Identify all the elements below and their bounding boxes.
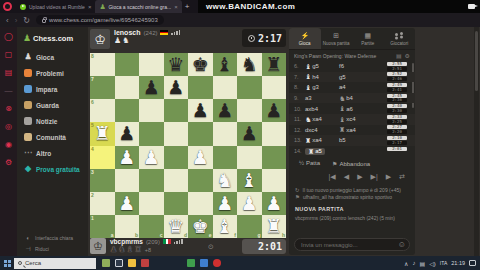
move-number: 10. — [294, 106, 305, 112]
square-h4[interactable] — [262, 146, 287, 169]
black-pawn[interactable]: ♟ — [164, 76, 189, 99]
new-tab-button[interactable]: + — [185, 2, 190, 11]
sidebar-item-label: Altro — [36, 150, 51, 157]
black-time: 2:17 — [387, 141, 407, 145]
figurine-icon: ♞ — [339, 95, 345, 102]
jump-end-icon[interactable]: ▶| — [371, 173, 378, 181]
square-h2[interactable]: ♟ — [262, 192, 287, 215]
white-move[interactable]: ♜a5 — [305, 148, 325, 155]
system-tray: ∧ ♪ ▤ ◁) ITA 21:19 — [404, 260, 480, 267]
rumble-play-icon — [20, 4, 26, 10]
bolt-icon: ⚡ — [300, 32, 309, 40]
tray-volume-icon[interactable]: ◁) — [429, 260, 436, 267]
messenger-icon[interactable]: ◉ — [4, 140, 14, 149]
square-c6[interactable] — [139, 99, 164, 122]
book-icon[interactable]: ▤ — [396, 52, 402, 59]
black-queen[interactable]: ♛ — [164, 53, 189, 76]
rank-label: 2 — [91, 192, 94, 198]
material-advantage: +8 — [145, 247, 151, 253]
white-move[interactable]: ♝h4 — [305, 73, 339, 80]
panel-tab-label: Partite — [361, 41, 374, 46]
panel-tab-label: Nuova partita — [323, 41, 350, 46]
square-f1[interactable]: f♝ — [213, 215, 238, 238]
taskbar-search[interactable]: Cerca — [14, 258, 96, 269]
square-h1[interactable]: h♜ — [262, 215, 287, 238]
captured-piece-icon: ♟ — [114, 37, 121, 45]
chesscom-sidebar: ♟ Chess.com ♟GiocaProblemiImparaGuardaNo… — [17, 27, 88, 256]
opera-logo-icon[interactable]: ◯ — [4, 32, 14, 41]
game-actions: ½Patta ⚑Abbandona — [289, 156, 415, 170]
figurine-icon: ♝ — [305, 73, 311, 80]
sidebar-footer-label: Interfaccia chiara — [35, 235, 73, 241]
browser-tab-chess[interactable]: ♟ Gioca a scacchi online gra... × — [95, 0, 181, 13]
white-pawn[interactable]: ♟ — [115, 192, 140, 215]
square-f7[interactable] — [213, 76, 238, 99]
black-pawn[interactable]: ♟ — [213, 99, 238, 122]
rank-label: 8 — [91, 53, 94, 59]
move-row: 9.a3♞b42:452:36 — [289, 93, 415, 104]
square-a5[interactable]: 5♜ — [90, 122, 115, 145]
prev-move-icon[interactable]: ◀ — [344, 173, 349, 181]
square-d4[interactable] — [164, 146, 189, 169]
figurine-icon: ♜ — [308, 148, 314, 155]
black-rook[interactable]: ♜ — [262, 53, 287, 76]
captured-piece-icon: ♞ — [122, 37, 129, 45]
black-move[interactable]: f6 — [339, 63, 373, 69]
captured-piece-icon: ♝ — [126, 246, 133, 254]
square-b1[interactable]: b — [115, 215, 140, 238]
captured-piece-icon: ♜ — [135, 246, 142, 254]
square-e3[interactable] — [188, 169, 213, 192]
bottom-player-bar: ♔ vbcpmrms (209) ♟♞♝♜+8 ⊙ 2:01 — [90, 238, 286, 255]
sidebar-item-altro[interactable]: ⋯Altro — [17, 145, 88, 161]
opening-row: King's Pawn Opening: Ware Defense ▤ ⚙ — [289, 50, 415, 61]
half-point-icon: ½ — [299, 160, 304, 166]
new-game-icon: ⊞ — [333, 32, 339, 40]
move-timestamps: 2:01 — [387, 147, 407, 151]
tab-title: Upload videos at Rumble — [29, 4, 85, 10]
white-knight[interactable]: ♞ — [213, 169, 238, 192]
taskbar-app-red-icon[interactable] — [141, 259, 149, 267]
square-g1[interactable]: g — [237, 215, 262, 238]
square-b7[interactable] — [115, 76, 140, 99]
white-pawn[interactable]: ♟ — [139, 146, 164, 169]
white-bishop[interactable]: ♝ — [213, 215, 238, 238]
white-bishop[interactable]: ♝ — [237, 169, 262, 192]
move-navigation: |◀◀▶▶|▶⇄ — [289, 170, 415, 183]
draw-button[interactable]: ½Patta — [299, 160, 320, 166]
black-knight[interactable]: ♞ — [237, 53, 262, 76]
square-f4[interactable] — [213, 146, 238, 169]
start-button[interactable] — [0, 256, 14, 270]
move-timestamps: 2:452:36 — [387, 94, 407, 103]
search-placeholder: Cerca — [25, 260, 41, 266]
square-c3[interactable] — [139, 169, 164, 192]
black-move[interactable]: ♞b4 — [339, 95, 373, 102]
sidebar-item-label: Guarda — [36, 102, 59, 109]
square-a7[interactable]: 7 — [90, 76, 115, 99]
chat-message-text: ufhallm_all ha dimostrato spirito sporti… — [303, 194, 392, 201]
move-row: 11.♞xa4♝xc42:332:25 — [289, 114, 415, 125]
square-f3[interactable]: ♞ — [213, 169, 238, 192]
rank-label: 5 — [91, 122, 94, 128]
move-row: 6.♝g5f62:552:51 — [289, 61, 415, 72]
pawn-icon: ♟ — [24, 53, 32, 61]
square-b3[interactable] — [115, 169, 140, 192]
black-move[interactable]: a4 — [339, 84, 373, 90]
binoculars-icon — [24, 101, 32, 109]
move-number: 12. — [294, 127, 305, 133]
emoji-icon[interactable]: ☺ — [398, 241, 406, 249]
white-pawn[interactable]: ♟ — [115, 146, 140, 169]
figurine-icon: ♝ — [305, 63, 311, 70]
square-e1[interactable]: e♚ — [188, 215, 213, 238]
panel-tab-gioca[interactable]: ⚡Gioca — [289, 28, 321, 49]
chesscom-pawn-icon: ♟ — [99, 4, 105, 10]
game-panel: ⚡Gioca⊞Nuova partita▦PartiteGiocatori Ki… — [289, 28, 415, 255]
black-pawn[interactable]: ♟ — [237, 122, 262, 145]
move-number: 6. — [294, 63, 305, 69]
move-list: 6.♝g5f62:552:517.♝h4g52:522:468.♝g3a42:4… — [289, 61, 415, 156]
windows-logo-icon — [4, 260, 11, 267]
top-player-bar: ♔ lenosch (242) ♟♞ 2:17 — [90, 29, 286, 53]
square-f8[interactable]: ♝ — [213, 53, 238, 76]
top-clock-time: 2:17 — [258, 33, 282, 44]
white-pawn[interactable]: ♟ — [213, 192, 238, 215]
panel-tab-giocatori[interactable]: Giocatori — [384, 28, 416, 49]
forward-button[interactable]: › — [15, 16, 18, 25]
sidebar-footer-riduci[interactable]: ⊣Riduci — [17, 243, 88, 254]
black-time: 2:30 — [387, 109, 407, 113]
spectators-icon[interactable]: ⊙ — [208, 243, 214, 251]
black-time: 2:46 — [387, 77, 407, 81]
taskbar-task-view-icon[interactable] — [115, 259, 123, 267]
move-number: 8. — [294, 84, 305, 90]
logo-pawn-icon: ♟ — [23, 33, 31, 43]
bottom-player-avatar[interactable]: ♔ — [90, 238, 106, 254]
taskbar-app-blue-icon[interactable] — [200, 259, 208, 267]
bandicam-camera-icon — [468, 4, 475, 9]
square-c8[interactable] — [139, 53, 164, 76]
white-move[interactable]: dxc4 — [305, 127, 339, 133]
sidebar-item-label: Prova gratuita — [36, 166, 80, 173]
message-row: ☺ — [289, 235, 415, 255]
top-player-clock: 2:17 — [242, 29, 286, 47]
windows-taskbar: Cerca ∧ ♪ ▤ ◁) ITA 21:19 — [0, 256, 480, 270]
square-e6[interactable]: ♟ — [188, 99, 213, 122]
tray-language[interactable]: ITA — [440, 260, 447, 266]
captured-piece-icon: ♟ — [110, 246, 117, 254]
bottom-clock-time: 2:01 — [258, 241, 282, 252]
bottom-player-clock: 2:01 — [242, 239, 286, 254]
sidebar-item-notizie[interactable]: Notizie — [17, 113, 88, 129]
white-move[interactable]: ♝g5 — [305, 63, 339, 70]
square-a1[interactable]: 1a — [90, 215, 115, 238]
black-pawn[interactable]: ♟ — [139, 76, 164, 99]
panel-tab-nuova-partita[interactable]: ⊞Nuova partita — [321, 28, 353, 49]
square-g4[interactable] — [237, 146, 262, 169]
logo-text: Chess.com — [33, 34, 73, 43]
move-row: 8.♝g3a42:492:41 — [289, 82, 415, 93]
white-pawn[interactable]: ♟ — [262, 192, 287, 215]
black-move[interactable]: g5 — [339, 74, 373, 80]
puzzle-icon — [24, 69, 32, 77]
discord-icon[interactable]: ◎ — [4, 122, 14, 131]
black-bishop[interactable]: ♝ — [213, 53, 238, 76]
square-h7[interactable] — [262, 76, 287, 99]
sidebar-item-comunità[interactable]: Comunità — [17, 129, 88, 145]
square-a3[interactable]: 3 — [90, 169, 115, 192]
white-move[interactable]: ♝g3 — [305, 84, 339, 91]
move-number: 14. — [294, 148, 305, 154]
taskbar-file-explorer-icon[interactable] — [128, 259, 136, 267]
figurine-icon: ♜ — [305, 137, 311, 144]
resign-flag-icon: ⚑ — [332, 161, 337, 167]
square-h8[interactable]: ♜ — [262, 53, 287, 76]
black-time: 2:41 — [387, 88, 407, 92]
top-player-name[interactable]: lenosch — [114, 29, 140, 36]
notifications-icon[interactable] — [469, 260, 476, 266]
square-g5[interactable]: ♟ — [237, 122, 262, 145]
square-g3[interactable]: ♝ — [237, 169, 262, 192]
bottom-player-name[interactable]: vbcpmrms — [110, 238, 143, 245]
taskbar-bandicam-preview-icon[interactable] — [102, 259, 110, 267]
square-a4[interactable]: 4 — [90, 146, 115, 169]
games-grid-icon: ▦ — [364, 32, 371, 40]
square-b5[interactable]: ♟ — [115, 122, 140, 145]
square-c5[interactable] — [139, 122, 164, 145]
square-h6[interactable]: ♟ — [262, 99, 287, 122]
move-row: 14.♜a52:01 — [289, 146, 415, 157]
sidebar-item-label: Comunità — [36, 134, 66, 141]
search-icon — [18, 261, 22, 265]
theme-icon: ◐ — [25, 235, 31, 241]
panel-tab-label: Gioca — [299, 41, 311, 46]
clock-icon — [248, 35, 255, 42]
square-e8[interactable]: ♚ — [188, 53, 213, 76]
opera-menu-icon[interactable] — [3, 2, 12, 11]
opening-name: King's Pawn Opening: Ware Defense — [294, 53, 393, 59]
move-number: 7. — [294, 74, 305, 80]
square-d7[interactable]: ♟ — [164, 76, 189, 99]
square-e4[interactable]: ♟ — [188, 146, 213, 169]
square-c2[interactable] — [139, 192, 164, 215]
community-icon — [24, 133, 32, 141]
square-g6[interactable] — [237, 99, 262, 122]
square-g2[interactable]: ♟ — [237, 192, 262, 215]
sidebar-item-label: Gioca — [36, 54, 54, 61]
new-game-header: NUOVA PARTITA — [295, 206, 409, 212]
square-d8[interactable]: ♛ — [164, 53, 189, 76]
rank-label: 4 — [91, 146, 94, 152]
square-f5[interactable] — [213, 122, 238, 145]
reload-button[interactable]: ↻ — [23, 16, 30, 25]
bookmarks-icon[interactable]: ▤ — [4, 68, 14, 77]
square-e7[interactable] — [188, 76, 213, 99]
figurine-icon: ♜ — [339, 126, 345, 133]
white-move[interactable]: ♞xa4 — [305, 116, 339, 123]
settings-icon[interactable]: ⚙ — [4, 158, 14, 167]
message-input[interactable] — [294, 238, 410, 251]
figurine-icon: ♞ — [305, 116, 311, 123]
square-d5[interactable] — [164, 122, 189, 145]
square-c7[interactable]: ♟ — [139, 76, 164, 99]
square-d1[interactable]: d♛ — [164, 215, 189, 238]
black-time: 2:25 — [387, 120, 407, 124]
move-timestamps: 2:402:30 — [387, 104, 407, 113]
sidebar-item-gioca[interactable]: ♟Gioca — [17, 49, 88, 65]
jump-start-icon[interactable]: |◀ — [329, 173, 336, 181]
move-number: 13. — [294, 137, 305, 143]
white-time: 2:01 — [387, 147, 407, 151]
square-e5[interactable] — [188, 122, 213, 145]
sidebar-item-prova-gratuita[interactable]: ◆Prova gratuita — [17, 161, 88, 177]
gx-corner-icon[interactable]: ▢ — [4, 50, 14, 59]
tray-chevron-icon[interactable]: ∧ — [404, 260, 408, 267]
page-scrollbar[interactable] — [474, 27, 479, 256]
square-h5[interactable] — [262, 122, 287, 145]
chat-area: ↻Il tuo nuovo punteggio Lampo è di 209 (… — [289, 183, 415, 235]
move-row: 7.♝h4g52:522:46 — [289, 72, 415, 83]
top-player-avatar[interactable]: ♔ — [90, 29, 110, 49]
bottom-player-rating: (209) — [146, 239, 160, 245]
move-timestamps: 2:522:46 — [387, 72, 407, 81]
square-c4[interactable]: ♟ — [139, 146, 164, 169]
url-text: www.chess.com/game/live/69546245903 — [49, 17, 158, 23]
figurine-icon: ♝ — [305, 84, 311, 91]
tab-close-icon[interactable]: × — [88, 4, 92, 10]
square-b8[interactable] — [115, 53, 140, 76]
sidebar-item-label: Impara — [36, 86, 57, 93]
move-timestamps: 2:102:17 — [387, 136, 407, 145]
sidebar-item-label: Notizie — [36, 118, 57, 125]
browser-address-bar: ‹ › ↻ www.chess.com/game/live/6954624590… — [0, 13, 480, 27]
move-timestamps: 2:492:41 — [387, 83, 407, 92]
flip-board-icon[interactable]: ⇄ — [399, 173, 405, 181]
next-move-icon[interactable]: ▶ — [357, 173, 362, 181]
move-timestamps: 2:272:20 — [387, 125, 407, 134]
italy-flag-icon — [163, 239, 171, 244]
lock-icon — [42, 19, 46, 23]
move-timestamps: 2:332:25 — [387, 115, 407, 124]
connection-bars-icon — [174, 239, 183, 244]
chess-board[interactable]: 8♛♚♝♞♜7♟♟6♟♟♟5♜♟♟4♟♟♟3♞♝2♟♟♟♟1abcd♛e♚f♝g… — [90, 53, 286, 238]
rank-label: 3 — [91, 169, 94, 175]
square-b4[interactable]: ♟ — [115, 146, 140, 169]
black-move[interactable]: ♜xa4 — [339, 126, 373, 133]
square-a6[interactable]: 6 — [90, 99, 115, 122]
dots-icon: ⋯ — [24, 149, 32, 157]
browser-tab-rumble[interactable]: Upload videos at Rumble × — [16, 0, 95, 13]
black-pawn[interactable]: ♟ — [262, 99, 287, 122]
sidebar-footer-interfaccia-chiara[interactable]: ◐Interfaccia chiara — [17, 232, 88, 243]
tray-clock[interactable]: 21:19 — [451, 260, 465, 266]
white-move[interactable]: a3 — [305, 95, 339, 101]
sidebar-item-guarda[interactable]: Guarda — [17, 97, 88, 113]
square-e2[interactable] — [188, 192, 213, 215]
square-b6[interactable] — [115, 99, 140, 122]
panel-tab-label: Giocatori — [390, 41, 408, 46]
tray-network-icon[interactable]: ▤ — [420, 260, 426, 267]
rank-label: 7 — [91, 76, 94, 82]
square-g8[interactable]: ♞ — [237, 53, 262, 76]
white-pawn[interactable]: ♟ — [237, 192, 262, 215]
tray-mic-icon[interactable]: ♪ — [413, 260, 416, 266]
move-number: 11. — [294, 116, 305, 122]
black-move[interactable]: ♝a6 — [339, 105, 373, 112]
gear-icon[interactable]: ⚙ — [405, 52, 410, 59]
sidebar-item-impara[interactable]: Impara — [17, 81, 88, 97]
divider-icon[interactable]: ― — [4, 86, 14, 95]
move-timestamps: 2:552:51 — [387, 62, 407, 71]
black-pawn[interactable]: ♟ — [115, 122, 140, 145]
black-move[interactable]: ♝xc4 — [339, 116, 373, 123]
square-h3[interactable] — [262, 169, 287, 192]
sidebar-footer-label: Riduci — [35, 246, 49, 252]
taskbar-app-green-icon[interactable] — [187, 259, 195, 267]
twitch-icon[interactable]: ⊗ — [4, 104, 14, 113]
collapse-icon: ⊣ — [25, 245, 31, 252]
chat-message: ⚑ufhallm_all ha dimostrato spirito sport… — [295, 194, 409, 201]
black-time: 2:51 — [387, 67, 407, 71]
resign-button[interactable]: ⚑Abbandona — [332, 160, 370, 167]
white-move[interactable]: ♜xa4 — [305, 137, 339, 144]
autoplay-icon[interactable]: ▶ — [386, 173, 391, 181]
white-move[interactable]: axb4 — [305, 106, 339, 112]
black-pawn[interactable]: ♟ — [188, 99, 213, 122]
square-d3[interactable] — [164, 169, 189, 192]
square-g7[interactable] — [237, 76, 262, 99]
move-row: 13.♜xa4b52:102:17 — [289, 135, 415, 146]
square-d6[interactable] — [164, 99, 189, 122]
bandicam-text: www.BANDICAM.com — [206, 2, 295, 11]
black-king[interactable]: ♚ — [188, 53, 213, 76]
back-button[interactable]: ‹ — [6, 16, 9, 25]
figurine-icon: ♝ — [339, 105, 345, 112]
square-f2[interactable]: ♟ — [213, 192, 238, 215]
chat-message-icon: ⚑ — [295, 194, 300, 201]
black-time: 2:20 — [387, 130, 407, 134]
top-captured-pieces: ♟♞ — [114, 37, 180, 45]
panel-tab-partite[interactable]: ▦Partite — [352, 28, 384, 49]
panel-tabs: ⚡Gioca⊞Nuova partita▦PartiteGiocatori — [289, 28, 415, 50]
connection-bars-icon — [171, 30, 180, 35]
black-move[interactable]: b5 — [339, 137, 373, 143]
top-player-rating: (242) — [143, 30, 157, 36]
learn-icon — [24, 85, 32, 93]
tab-close-icon[interactable]: × — [174, 4, 178, 10]
figurine-icon: ♝ — [339, 116, 345, 123]
url-box[interactable]: www.chess.com/game/live/69546245903 — [36, 15, 164, 25]
sidebar-item-problemi[interactable]: Problemi — [17, 65, 88, 81]
square-a8[interactable]: 8 — [90, 53, 115, 76]
square-c1[interactable]: c — [139, 215, 164, 238]
taskbar-app-record-icon[interactable] — [213, 259, 221, 267]
move-row: 12.dxc4♜xa42:272:20 — [289, 125, 415, 136]
square-b2[interactable]: ♟ — [115, 192, 140, 215]
rank-label: 1 — [91, 215, 94, 221]
chesscom-logo[interactable]: ♟ Chess.com — [17, 27, 88, 43]
square-d2[interactable] — [164, 192, 189, 215]
white-pawn[interactable]: ♟ — [188, 146, 213, 169]
move-row: 10.axb4♝a62:402:30 — [289, 103, 415, 114]
square-f6[interactable]: ♟ — [213, 99, 238, 122]
diamond-icon: ◆ — [24, 165, 32, 173]
germany-flag-icon — [160, 30, 168, 35]
square-a2[interactable]: 2 — [90, 192, 115, 215]
sidebar-item-label: Problemi — [36, 70, 64, 77]
bandicam-watermark: www.BANDICAM.com — [198, 0, 480, 13]
